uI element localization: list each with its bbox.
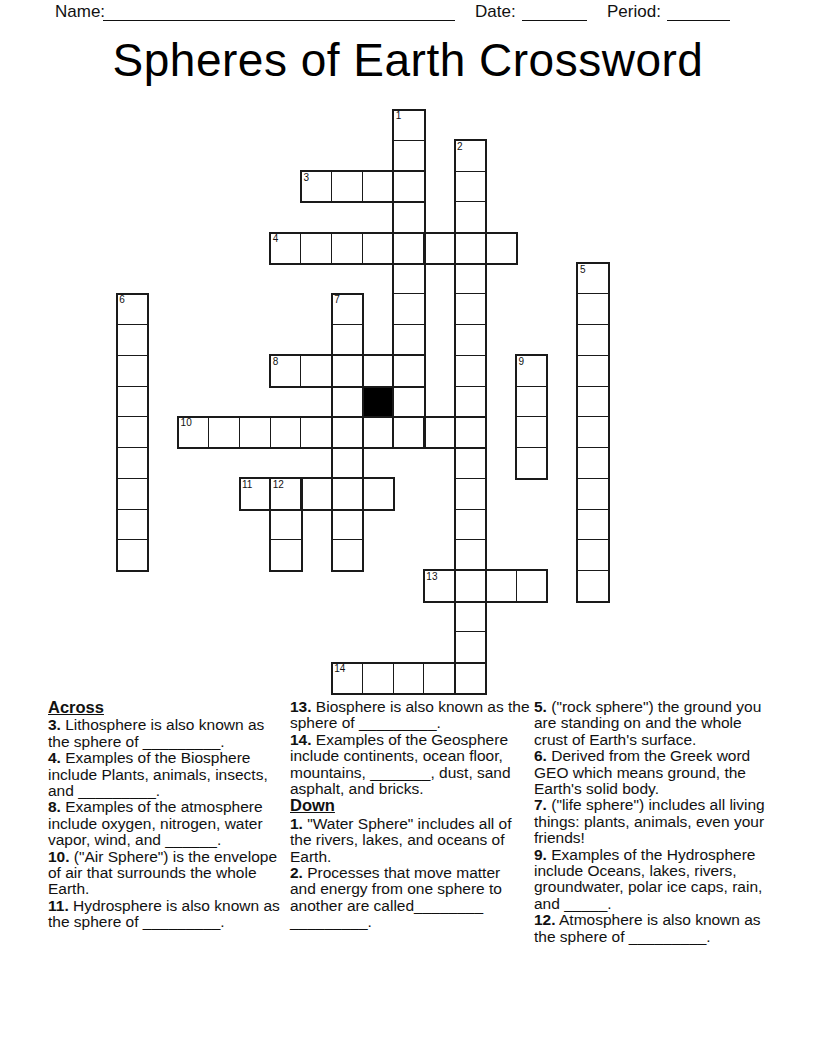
crossword-cell[interactable]: 7	[331, 293, 363, 325]
crossword-cell[interactable]	[116, 509, 148, 541]
clue-number: 10.	[48, 848, 70, 865]
crossword-cell[interactable]	[393, 263, 425, 295]
clue-column-middle: 13. Biosphere is also known as the spher…	[290, 699, 530, 931]
crossword-cell[interactable]	[454, 539, 486, 571]
clue-column-down: 5. ("rock sphere") the ground you are st…	[534, 699, 766, 945]
crossword-cell[interactable]: 3	[300, 171, 332, 203]
crossword-cell[interactable]	[454, 478, 486, 510]
crossword-cell[interactable]	[516, 386, 548, 418]
crossword-cell[interactable]	[393, 355, 425, 387]
clue-down-12: 12. Atmosphere is also known as the sphe…	[534, 912, 766, 945]
crossword-cell[interactable]	[331, 447, 363, 479]
crossword-cell[interactable]	[454, 355, 486, 387]
crossword-cell[interactable]	[393, 386, 425, 418]
crossword-cell[interactable]	[393, 171, 425, 203]
crossword-cell[interactable]	[331, 171, 363, 203]
crossword-cell[interactable]	[393, 140, 425, 172]
crossword-cell[interactable]	[577, 386, 609, 418]
crossword-cell[interactable]	[300, 416, 332, 448]
clue-number: 14.	[290, 731, 312, 748]
crossword-cell[interactable]	[485, 570, 517, 602]
crossword-cell[interactable]: 1	[393, 109, 425, 141]
date-blank-line[interactable]	[522, 3, 587, 21]
crossword-cell[interactable]: 13	[423, 570, 455, 602]
clue-across-10: 10. ("Air Sphere") is the envelope of ai…	[48, 849, 285, 898]
clue-across-3: 3. Lithosphere is also known as the sphe…	[48, 717, 285, 750]
clue-number: 5.	[534, 698, 547, 715]
crossword-cell[interactable]: 5	[577, 263, 609, 295]
crossword-cell[interactable]	[116, 447, 148, 479]
cell-number: 12	[273, 479, 284, 490]
crossword-cell[interactable]	[516, 416, 548, 448]
cell-number: 2	[457, 141, 463, 152]
blocked-cell	[362, 386, 394, 418]
crossword-cell[interactable]	[454, 601, 486, 633]
crossword-cell[interactable]	[577, 293, 609, 325]
crossword-cell[interactable]	[116, 539, 148, 571]
crossword-cell[interactable]	[423, 662, 455, 694]
crossword-cell[interactable]	[270, 539, 302, 571]
date-label: Date:	[475, 2, 516, 22]
clue-number: 13.	[290, 698, 312, 715]
crossword-cell[interactable]	[454, 324, 486, 356]
crossword-cell[interactable]	[116, 478, 148, 510]
crossword-cell[interactable]	[239, 416, 271, 448]
crossword-cell[interactable]	[116, 416, 148, 448]
crossword-cell[interactable]	[454, 509, 486, 541]
down-clues-header: Down	[290, 797, 530, 813]
clue-down-1: 1. "Water Sphere" includes all of the ri…	[290, 816, 530, 865]
period-label: Period:	[607, 2, 661, 22]
crossword-cell[interactable]	[116, 324, 148, 356]
crossword-cell[interactable]: 4	[270, 232, 302, 264]
name-blank-line[interactable]	[103, 3, 455, 21]
clue-number: 11.	[48, 897, 69, 914]
crossword-cell[interactable]	[577, 416, 609, 448]
crossword-cell[interactable]: 14	[331, 662, 363, 694]
crossword-cell[interactable]	[577, 324, 609, 356]
clue-across-13: 13. Biosphere is also known as the spher…	[290, 699, 530, 732]
clue-number: 8.	[48, 798, 61, 815]
crossword-cell[interactable]: 2	[454, 140, 486, 172]
crossword-cell[interactable]	[331, 232, 363, 264]
crossword-cell[interactable]	[577, 539, 609, 571]
crossword-cell[interactable]	[454, 263, 486, 295]
clue-across-4: 4. Examples of the Biosphere include Pla…	[48, 750, 285, 799]
crossword-cell[interactable]	[331, 509, 363, 541]
crossword-cell[interactable]	[454, 416, 486, 448]
crossword-cell[interactable]	[362, 662, 394, 694]
crossword-cell[interactable]	[516, 570, 548, 602]
crossword-cell[interactable]	[362, 171, 394, 203]
page-title: Spheres of Earth Crossword	[0, 33, 816, 87]
crossword-cell[interactable]	[577, 478, 609, 510]
cell-number: 13	[426, 571, 437, 582]
across-clues-header: Across	[48, 699, 285, 715]
crossword-cell[interactable]	[454, 386, 486, 418]
crossword-cell[interactable]	[454, 201, 486, 233]
crossword-cell[interactable]: 9	[516, 355, 548, 387]
crossword-cell[interactable]	[393, 232, 425, 264]
clue-column-across: Across3. Lithosphere is also known as th…	[48, 699, 285, 931]
crossword-cell[interactable]	[331, 478, 363, 510]
crossword-cell[interactable]	[270, 416, 302, 448]
crossword-cell[interactable]	[331, 355, 363, 387]
crossword-cell[interactable]	[393, 662, 425, 694]
crossword-cell[interactable]: 8	[270, 355, 302, 387]
crossword-cell[interactable]	[516, 447, 548, 479]
crossword-cell[interactable]	[331, 386, 363, 418]
crossword-cell[interactable]	[208, 416, 240, 448]
clue-down-6: 6. Derived from the Greek word GEO which…	[534, 748, 766, 797]
crossword-cell[interactable]	[577, 570, 609, 602]
crossword-cell[interactable]	[454, 662, 486, 694]
crossword-cell[interactable]	[362, 416, 394, 448]
clue-down-9: 9. Examples of the Hydrosphere include O…	[534, 847, 766, 913]
crossword-cell[interactable]	[454, 171, 486, 203]
crossword-cell[interactable]: 12	[270, 478, 302, 510]
crossword-cell[interactable]	[300, 355, 332, 387]
crossword-cell[interactable]	[362, 232, 394, 264]
crossword-worksheet-page: { "game": "crossword", "header": { "name…	[0, 0, 816, 1056]
cell-number: 14	[334, 663, 345, 674]
period-blank-line[interactable]	[667, 3, 730, 21]
crossword-cell[interactable]	[454, 232, 486, 264]
clue-across-14: 14. Examples of the Geosphere include co…	[290, 732, 530, 798]
crossword-cell[interactable]	[331, 539, 363, 571]
clue-number: 7.	[534, 796, 547, 813]
clue-number: 4.	[48, 749, 61, 766]
cell-number: 4	[273, 233, 279, 244]
crossword-cell[interactable]	[577, 355, 609, 387]
clue-number: 12.	[534, 911, 556, 928]
crossword-cell[interactable]	[577, 509, 609, 541]
cell-number: 10	[181, 417, 192, 428]
clue-number: 9.	[534, 846, 547, 863]
clue-down-7: 7. ("life sphere") includes all living t…	[534, 797, 766, 846]
crossword-cell[interactable]	[116, 355, 148, 387]
cell-number: 11	[242, 479, 252, 490]
crossword-cell[interactable]: 10	[178, 416, 210, 448]
crossword-cell[interactable]	[454, 293, 486, 325]
crossword-cell[interactable]	[362, 478, 394, 510]
crossword-cell[interactable]	[423, 416, 455, 448]
clue-number: 1.	[290, 815, 303, 832]
clue-number: 2.	[290, 864, 303, 881]
clue-down-2: 2. Processes that move matter and energy…	[290, 865, 530, 931]
crossword-cell[interactable]	[454, 447, 486, 479]
clue-across-8: 8. Examples of the atmosphere include ox…	[48, 799, 285, 848]
clue-down-5: 5. ("rock sphere") the ground you are st…	[534, 699, 766, 748]
cell-number: 1	[396, 110, 402, 121]
crossword-cell[interactable]	[393, 293, 425, 325]
clue-number: 3.	[48, 716, 61, 733]
crossword-grid: 1234567891011121314	[117, 110, 609, 694]
crossword-cell[interactable]: 11	[239, 478, 271, 510]
cell-number: 7	[334, 294, 340, 305]
cell-number: 5	[580, 264, 586, 275]
crossword-cell[interactable]	[362, 355, 394, 387]
crossword-cell[interactable]	[331, 324, 363, 356]
cell-number: 9	[519, 356, 525, 367]
crossword-cell[interactable]	[393, 201, 425, 233]
crossword-cell[interactable]	[423, 232, 455, 264]
clue-number: 6.	[534, 747, 547, 764]
crossword-cell[interactable]	[485, 232, 517, 264]
crossword-cell[interactable]	[577, 447, 609, 479]
crossword-cell[interactable]: 6	[116, 293, 148, 325]
crossword-cell[interactable]	[393, 324, 425, 356]
crossword-cell[interactable]	[300, 232, 332, 264]
crossword-cell[interactable]	[331, 416, 363, 448]
cell-number: 6	[119, 294, 125, 305]
crossword-cell[interactable]	[454, 631, 486, 663]
crossword-cell[interactable]	[454, 570, 486, 602]
crossword-cell[interactable]	[270, 509, 302, 541]
cell-number: 8	[273, 356, 279, 367]
crossword-cell[interactable]	[300, 478, 332, 510]
crossword-cell[interactable]	[393, 416, 425, 448]
crossword-cell[interactable]	[116, 386, 148, 418]
clue-across-11: 11. Hydrosphere is also known as the sph…	[48, 898, 285, 931]
name-label: Name:	[55, 2, 105, 22]
cell-number: 3	[303, 172, 309, 183]
